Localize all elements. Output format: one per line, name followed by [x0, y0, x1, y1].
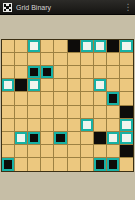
grid-cell-r10c10[interactable]: [120, 158, 133, 171]
grid-cell-r6c8[interactable]: [94, 106, 107, 119]
grid-cell-r10c8[interactable]: [94, 158, 107, 171]
grid-cell-r8c4[interactable]: [41, 132, 54, 145]
grid-cell-r1c2[interactable]: [15, 40, 28, 53]
grid-cell-r5c10[interactable]: [120, 92, 133, 105]
grid-cell-r4c8[interactable]: [94, 79, 107, 92]
grid-cell-r9c4[interactable]: [41, 145, 54, 158]
grid-cell-r7c9[interactable]: [107, 119, 120, 132]
grid-cell-r4c10[interactable]: [120, 79, 133, 92]
grid-cell-r8c10[interactable]: [120, 132, 133, 145]
grid-cell-r5c3[interactable]: [28, 92, 41, 105]
grid-cell-r10c3[interactable]: [28, 158, 41, 171]
grid-cell-r5c6[interactable]: [68, 92, 81, 105]
grid-cell-r9c3[interactable]: [28, 145, 41, 158]
grid-cell-r4c9[interactable]: [107, 79, 120, 92]
overflow-menu-icon[interactable]: ⋮: [122, 3, 134, 12]
grid-cell-r9c1[interactable]: [2, 145, 15, 158]
grid-cell-r4c7[interactable]: [81, 79, 94, 92]
grid-cell-r2c1[interactable]: [2, 53, 15, 66]
grid-cell-r7c6[interactable]: [68, 119, 81, 132]
grid-cell-r9c7[interactable]: [81, 145, 94, 158]
grid-cell-r3c9[interactable]: [107, 66, 120, 79]
grid-cell-r9c8[interactable]: [94, 145, 107, 158]
grid-cell-r2c5[interactable]: [54, 53, 67, 66]
grid-cell-r10c9[interactable]: [107, 158, 120, 171]
grid-cell-r4c1[interactable]: [2, 79, 15, 92]
grid-cell-r3c10[interactable]: [120, 66, 133, 79]
app-grid-icon: [3, 3, 12, 12]
grid-cell-r8c2[interactable]: [15, 132, 28, 145]
grid-cell-r8c5[interactable]: [54, 132, 67, 145]
grid-cell-r7c5[interactable]: [54, 119, 67, 132]
grid-cell-r8c9[interactable]: [107, 132, 120, 145]
titlebar: Grid Binary ⋮: [0, 0, 135, 15]
grid-cell-r8c7[interactable]: [81, 132, 94, 145]
grid-cell-r5c5[interactable]: [54, 92, 67, 105]
grid-cell-r4c2[interactable]: [15, 79, 28, 92]
grid-cell-r9c5[interactable]: [54, 145, 67, 158]
grid-cell-r7c2[interactable]: [15, 119, 28, 132]
grid-cell-r2c2[interactable]: [15, 53, 28, 66]
grid-cell-r4c6[interactable]: [68, 79, 81, 92]
grid-cell-r1c4[interactable]: [41, 40, 54, 53]
page-title: Grid Binary: [16, 4, 122, 11]
grid-cell-r2c9[interactable]: [107, 53, 120, 66]
grid-cell-r3c5[interactable]: [54, 66, 67, 79]
grid-cell-r10c1[interactable]: [2, 158, 15, 171]
grid-cell-r2c4[interactable]: [41, 53, 54, 66]
grid-cell-r1c8[interactable]: [94, 40, 107, 53]
grid-cell-r7c1[interactable]: [2, 119, 15, 132]
grid-cell-r4c4[interactable]: [41, 79, 54, 92]
grid-cell-r8c6[interactable]: [68, 132, 81, 145]
grid-cell-r5c2[interactable]: [15, 92, 28, 105]
grid-cell-r10c5[interactable]: [54, 158, 67, 171]
grid-cell-r9c10[interactable]: [120, 145, 133, 158]
grid-cell-r7c7[interactable]: [81, 119, 94, 132]
grid-cell-r1c7[interactable]: [81, 40, 94, 53]
grid-cell-r8c3[interactable]: [28, 132, 41, 145]
grid-cell-r10c2[interactable]: [15, 158, 28, 171]
grid-cell-r1c1[interactable]: [2, 40, 15, 53]
grid-cell-r3c7[interactable]: [81, 66, 94, 79]
grid-cell-r10c7[interactable]: [81, 158, 94, 171]
grid-cell-r7c3[interactable]: [28, 119, 41, 132]
grid-cell-r8c8[interactable]: [94, 132, 107, 145]
grid-cell-r2c3[interactable]: [28, 53, 41, 66]
grid-cell-r9c6[interactable]: [68, 145, 81, 158]
grid-cell-r5c7[interactable]: [81, 92, 94, 105]
grid-cell-r6c9[interactable]: [107, 106, 120, 119]
grid-cell-r9c9[interactable]: [107, 145, 120, 158]
grid-cell-r6c7[interactable]: [81, 106, 94, 119]
grid-cell-r10c6[interactable]: [68, 158, 81, 171]
grid-cell-r4c3[interactable]: [28, 79, 41, 92]
grid-cell-r1c9[interactable]: [107, 40, 120, 53]
grid-cell-r3c1[interactable]: [2, 66, 15, 79]
grid-cell-r1c10[interactable]: [120, 40, 133, 53]
grid-cell-r3c8[interactable]: [94, 66, 107, 79]
grid-cell-r3c4[interactable]: [41, 66, 54, 79]
grid-cell-r1c5[interactable]: [54, 40, 67, 53]
grid-cell-r5c1[interactable]: [2, 92, 15, 105]
grid-cell-r7c4[interactable]: [41, 119, 54, 132]
grid-cell-r5c8[interactable]: [94, 92, 107, 105]
grid-cell-r5c9[interactable]: [107, 92, 120, 105]
grid-cell-r3c6[interactable]: [68, 66, 81, 79]
grid-cell-r1c3[interactable]: [28, 40, 41, 53]
grid-cell-r6c2[interactable]: [15, 106, 28, 119]
grid-cell-r6c6[interactable]: [68, 106, 81, 119]
grid-cell-r6c3[interactable]: [28, 106, 41, 119]
grid-cell-r6c4[interactable]: [41, 106, 54, 119]
grid-cell-r3c3[interactable]: [28, 66, 41, 79]
grid-cell-r5c4[interactable]: [41, 92, 54, 105]
grid-cell-r9c2[interactable]: [15, 145, 28, 158]
grid-cell-r2c6[interactable]: [68, 53, 81, 66]
grid-cell-r3c2[interactable]: [15, 66, 28, 79]
grid-cell-r1c6[interactable]: [68, 40, 81, 53]
grid-cell-r6c1[interactable]: [2, 106, 15, 119]
grid-cell-r8c1[interactable]: [2, 132, 15, 145]
grid-cell-r2c10[interactable]: [120, 53, 133, 66]
grid-cell-r10c4[interactable]: [41, 158, 54, 171]
board: [1, 39, 134, 172]
grid-cell-r7c8[interactable]: [94, 119, 107, 132]
grid-cell-r6c5[interactable]: [54, 106, 67, 119]
grid-cell-r4c5[interactable]: [54, 79, 67, 92]
grid-cell-r7c10[interactable]: [120, 119, 133, 132]
grid-cell-r6c10[interactable]: [120, 106, 133, 119]
grid-cell-r2c8[interactable]: [94, 53, 107, 66]
grid-cell-r2c7[interactable]: [81, 53, 94, 66]
